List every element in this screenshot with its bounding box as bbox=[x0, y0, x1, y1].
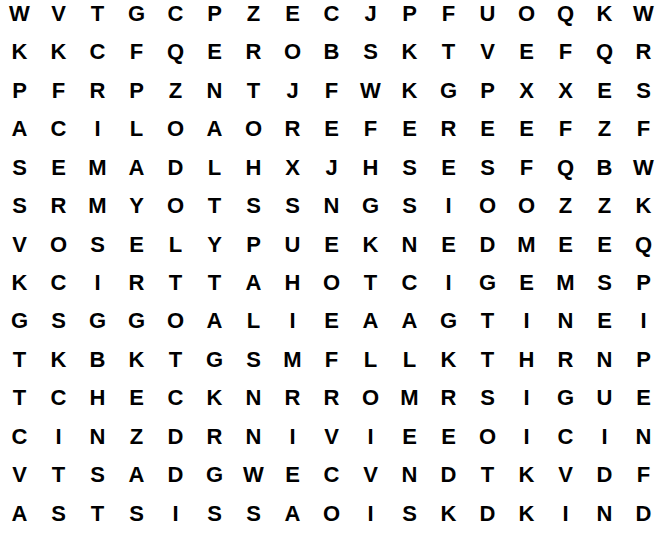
grid-cell-r6c12[interactable]: I bbox=[429, 192, 468, 230]
grid-cell-r11c15[interactable]: G bbox=[546, 384, 585, 422]
grid-cell-r3c6[interactable]: N bbox=[195, 77, 234, 115]
grid-cell-r11c17[interactable]: E bbox=[624, 384, 663, 422]
grid-cell-r1c11[interactable]: P bbox=[390, 0, 429, 38]
grid-cell-r4c12[interactable]: R bbox=[429, 115, 468, 153]
grid-cell-r13c14[interactable]: K bbox=[507, 461, 546, 499]
grid-cell-r4c11[interactable]: E bbox=[390, 115, 429, 153]
grid-cell-r2c16[interactable]: Q bbox=[585, 38, 624, 76]
grid-cell-r5c1[interactable]: S bbox=[0, 154, 39, 192]
grid-cell-r1c2[interactable]: V bbox=[39, 0, 78, 38]
grid-cell-r3c3[interactable]: R bbox=[78, 77, 117, 115]
grid-cell-r3c7[interactable]: T bbox=[234, 77, 273, 115]
grid-cell-r4c10[interactable]: F bbox=[351, 115, 390, 153]
grid-cell-r7c13[interactable]: D bbox=[468, 231, 507, 269]
grid-cell-r13c8[interactable]: E bbox=[273, 461, 312, 499]
grid-cell-r10c14[interactable]: H bbox=[507, 346, 546, 384]
grid-cell-r13c5[interactable]: D bbox=[156, 461, 195, 499]
grid-cell-r14c16[interactable]: N bbox=[585, 500, 624, 538]
word-search-page: WVTGCPZECJPFUOQKWKKCFQEROBSKTVEFQRPFRPZN… bbox=[0, 0, 663, 538]
grid-cell-r7c14[interactable]: M bbox=[507, 231, 546, 269]
grid-cell-r2c14[interactable]: E bbox=[507, 38, 546, 76]
grid-cell-r10c9[interactable]: F bbox=[312, 346, 351, 384]
grid-cell-r4c1[interactable]: A bbox=[0, 115, 39, 153]
grid-cell-r8c8[interactable]: H bbox=[273, 269, 312, 307]
grid-cell-r1c3[interactable]: T bbox=[78, 0, 117, 38]
grid-cell-r2c5[interactable]: Q bbox=[156, 38, 195, 76]
grid-cell-r14c12[interactable]: K bbox=[429, 500, 468, 538]
grid-cell-r1c17[interactable]: W bbox=[624, 0, 663, 38]
grid-cell-r6c16[interactable]: Z bbox=[585, 192, 624, 230]
grid-cell-r5c3[interactable]: M bbox=[78, 154, 117, 192]
grid-cell-r8c9[interactable]: O bbox=[312, 269, 351, 307]
grid-cell-r12c14[interactable]: I bbox=[507, 423, 546, 461]
grid-cell-r5c14[interactable]: F bbox=[507, 154, 546, 192]
grid-cell-r6c7[interactable]: S bbox=[234, 192, 273, 230]
grid-cell-r5c8[interactable]: X bbox=[273, 154, 312, 192]
grid-cell-r12c8[interactable]: I bbox=[273, 423, 312, 461]
grid-cell-r13c17[interactable]: F bbox=[624, 461, 663, 499]
grid-cell-r6c15[interactable]: Z bbox=[546, 192, 585, 230]
grid-cell-r6c13[interactable]: O bbox=[468, 192, 507, 230]
grid-cell-r5c5[interactable]: D bbox=[156, 154, 195, 192]
grid-cell-r14c2[interactable]: S bbox=[39, 500, 78, 538]
grid-cell-r9c7[interactable]: L bbox=[234, 307, 273, 345]
grid-cell-r6c17[interactable]: K bbox=[624, 192, 663, 230]
grid-cell-r10c8[interactable]: M bbox=[273, 346, 312, 384]
grid-cell-r6c5[interactable]: O bbox=[156, 192, 195, 230]
grid-cell-r7c9[interactable]: E bbox=[312, 231, 351, 269]
grid-cell-r1c12[interactable]: F bbox=[429, 0, 468, 38]
grid-cell-r4c9[interactable]: E bbox=[312, 115, 351, 153]
grid-cell-r2c9[interactable]: B bbox=[312, 38, 351, 76]
grid-cell-r2c11[interactable]: K bbox=[390, 38, 429, 76]
grid-cell-r10c10[interactable]: L bbox=[351, 346, 390, 384]
grid-cell-r14c10[interactable]: I bbox=[351, 500, 390, 538]
grid-cell-r9c11[interactable]: A bbox=[390, 307, 429, 345]
grid-cell-r14c8[interactable]: A bbox=[273, 500, 312, 538]
grid-cell-r3c17[interactable]: S bbox=[624, 77, 663, 115]
grid-cell-r13c7[interactable]: W bbox=[234, 461, 273, 499]
grid-cell-r6c3[interactable]: M bbox=[78, 192, 117, 230]
grid-cell-r7c8[interactable]: U bbox=[273, 231, 312, 269]
grid-cell-r13c3[interactable]: S bbox=[78, 461, 117, 499]
grid-cell-r11c9[interactable]: R bbox=[312, 384, 351, 422]
grid-cell-r11c16[interactable]: U bbox=[585, 384, 624, 422]
grid-cell-r12c2[interactable]: I bbox=[39, 423, 78, 461]
grid-cell-r3c13[interactable]: P bbox=[468, 77, 507, 115]
grid-cell-r8c7[interactable]: A bbox=[234, 269, 273, 307]
grid-cell-r9c15[interactable]: N bbox=[546, 307, 585, 345]
grid-cell-r13c6[interactable]: G bbox=[195, 461, 234, 499]
grid-cell-r4c15[interactable]: F bbox=[546, 115, 585, 153]
grid-cell-r3c16[interactable]: E bbox=[585, 77, 624, 115]
grid-cell-r5c15[interactable]: Q bbox=[546, 154, 585, 192]
grid-cell-r2c17[interactable]: R bbox=[624, 38, 663, 76]
grid-cell-r7c6[interactable]: Y bbox=[195, 231, 234, 269]
grid-cell-r4c16[interactable]: Z bbox=[585, 115, 624, 153]
grid-cell-r12c6[interactable]: R bbox=[195, 423, 234, 461]
grid-cell-r8c2[interactable]: C bbox=[39, 269, 78, 307]
grid-cell-r13c4[interactable]: A bbox=[117, 461, 156, 499]
grid-cell-r8c11[interactable]: C bbox=[390, 269, 429, 307]
grid-cell-r7c5[interactable]: L bbox=[156, 231, 195, 269]
grid-cell-r3c12[interactable]: G bbox=[429, 77, 468, 115]
grid-cell-r10c16[interactable]: N bbox=[585, 346, 624, 384]
grid-cell-r1c14[interactable]: O bbox=[507, 0, 546, 38]
grid-cell-r14c6[interactable]: S bbox=[195, 500, 234, 538]
grid-cell-r9c8[interactable]: I bbox=[273, 307, 312, 345]
grid-cell-r14c7[interactable]: S bbox=[234, 500, 273, 538]
grid-cell-r6c2[interactable]: R bbox=[39, 192, 78, 230]
grid-cell-r12c7[interactable]: N bbox=[234, 423, 273, 461]
grid-cell-r7c3[interactable]: S bbox=[78, 231, 117, 269]
grid-cell-r14c4[interactable]: S bbox=[117, 500, 156, 538]
grid-cell-r14c5[interactable]: I bbox=[156, 500, 195, 538]
grid-cell-r3c8[interactable]: J bbox=[273, 77, 312, 115]
grid-cell-r1c7[interactable]: Z bbox=[234, 0, 273, 38]
grid-cell-r3c1[interactable]: P bbox=[0, 77, 39, 115]
grid-cell-r2c4[interactable]: F bbox=[117, 38, 156, 76]
grid-cell-r8c1[interactable]: K bbox=[0, 269, 39, 307]
grid-cell-r12c4[interactable]: Z bbox=[117, 423, 156, 461]
grid-cell-r11c4[interactable]: E bbox=[117, 384, 156, 422]
grid-cell-r13c2[interactable]: T bbox=[39, 461, 78, 499]
grid-cell-r12c12[interactable]: E bbox=[429, 423, 468, 461]
grid-cell-r5c10[interactable]: H bbox=[351, 154, 390, 192]
grid-cell-r5c2[interactable]: E bbox=[39, 154, 78, 192]
grid-cell-r12c13[interactable]: O bbox=[468, 423, 507, 461]
grid-cell-r1c13[interactable]: U bbox=[468, 0, 507, 38]
grid-cell-r13c10[interactable]: V bbox=[351, 461, 390, 499]
grid-cell-r5c9[interactable]: J bbox=[312, 154, 351, 192]
grid-cell-r10c4[interactable]: K bbox=[117, 346, 156, 384]
grid-cell-r6c10[interactable]: G bbox=[351, 192, 390, 230]
grid-cell-r12c17[interactable]: N bbox=[624, 423, 663, 461]
grid-cell-r3c9[interactable]: F bbox=[312, 77, 351, 115]
grid-cell-r11c13[interactable]: S bbox=[468, 384, 507, 422]
grid-cell-r7c2[interactable]: O bbox=[39, 231, 78, 269]
grid-cell-r8c10[interactable]: T bbox=[351, 269, 390, 307]
grid-cell-r12c11[interactable]: E bbox=[390, 423, 429, 461]
grid-cell-r2c12[interactable]: T bbox=[429, 38, 468, 76]
grid-cell-r4c3[interactable]: I bbox=[78, 115, 117, 153]
grid-cell-r7c7[interactable]: P bbox=[234, 231, 273, 269]
grid-cell-r4c2[interactable]: C bbox=[39, 115, 78, 153]
grid-cell-r5c12[interactable]: E bbox=[429, 154, 468, 192]
grid-cell-r11c1[interactable]: T bbox=[0, 384, 39, 422]
grid-cell-r1c16[interactable]: K bbox=[585, 0, 624, 38]
grid-cell-r4c8[interactable]: R bbox=[273, 115, 312, 153]
grid-cell-r1c8[interactable]: E bbox=[273, 0, 312, 38]
grid-cell-r7c16[interactable]: E bbox=[585, 231, 624, 269]
grid-cell-r5c4[interactable]: A bbox=[117, 154, 156, 192]
grid-cell-r6c9[interactable]: N bbox=[312, 192, 351, 230]
grid-cell-r14c1[interactable]: A bbox=[0, 500, 39, 538]
grid-cell-r7c17[interactable]: Q bbox=[624, 231, 663, 269]
grid-cell-r13c9[interactable]: C bbox=[312, 461, 351, 499]
grid-cell-r8c14[interactable]: E bbox=[507, 269, 546, 307]
grid-cell-r6c8[interactable]: S bbox=[273, 192, 312, 230]
grid-cell-r12c3[interactable]: N bbox=[78, 423, 117, 461]
grid-cell-r10c11[interactable]: L bbox=[390, 346, 429, 384]
grid-cell-r10c2[interactable]: K bbox=[39, 346, 78, 384]
grid-cell-r1c5[interactable]: C bbox=[156, 0, 195, 38]
grid-cell-r4c5[interactable]: O bbox=[156, 115, 195, 153]
grid-cell-r12c9[interactable]: V bbox=[312, 423, 351, 461]
grid-cell-r10c5[interactable]: T bbox=[156, 346, 195, 384]
grid-cell-r2c7[interactable]: R bbox=[234, 38, 273, 76]
grid-cell-r4c14[interactable]: E bbox=[507, 115, 546, 153]
grid-cell-r1c4[interactable]: G bbox=[117, 0, 156, 38]
grid-cell-r8c6[interactable]: T bbox=[195, 269, 234, 307]
grid-cell-r5c17[interactable]: W bbox=[624, 154, 663, 192]
grid-cell-r5c7[interactable]: H bbox=[234, 154, 273, 192]
grid-cell-r3c5[interactable]: Z bbox=[156, 77, 195, 115]
grid-cell-r11c7[interactable]: N bbox=[234, 384, 273, 422]
grid-cell-r2c10[interactable]: S bbox=[351, 38, 390, 76]
grid-cell-r8c4[interactable]: R bbox=[117, 269, 156, 307]
grid-cell-r7c1[interactable]: V bbox=[0, 231, 39, 269]
grid-cell-r9c6[interactable]: A bbox=[195, 307, 234, 345]
grid-cell-r3c4[interactable]: P bbox=[117, 77, 156, 115]
grid-cell-r1c15[interactable]: Q bbox=[546, 0, 585, 38]
grid-cell-r11c8[interactable]: R bbox=[273, 384, 312, 422]
grid-cell-r11c14[interactable]: I bbox=[507, 384, 546, 422]
grid-cell-r4c7[interactable]: O bbox=[234, 115, 273, 153]
grid-cell-r12c1[interactable]: C bbox=[0, 423, 39, 461]
grid-cell-r14c9[interactable]: O bbox=[312, 500, 351, 538]
grid-cell-r8c3[interactable]: I bbox=[78, 269, 117, 307]
grid-cell-r7c11[interactable]: N bbox=[390, 231, 429, 269]
grid-cell-r5c13[interactable]: S bbox=[468, 154, 507, 192]
grid-cell-r1c6[interactable]: P bbox=[195, 0, 234, 38]
grid-cell-r4c17[interactable]: F bbox=[624, 115, 663, 153]
grid-cell-r3c15[interactable]: X bbox=[546, 77, 585, 115]
grid-cell-r9c17[interactable]: I bbox=[624, 307, 663, 345]
grid-cell-r9c5[interactable]: O bbox=[156, 307, 195, 345]
grid-cell-r9c16[interactable]: E bbox=[585, 307, 624, 345]
grid-cell-r14c14[interactable]: K bbox=[507, 500, 546, 538]
grid-cell-r5c11[interactable]: S bbox=[390, 154, 429, 192]
grid-cell-r13c13[interactable]: T bbox=[468, 461, 507, 499]
grid-cell-r14c17[interactable]: D bbox=[624, 500, 663, 538]
grid-cell-r8c12[interactable]: I bbox=[429, 269, 468, 307]
grid-cell-r5c6[interactable]: L bbox=[195, 154, 234, 192]
grid-cell-r14c11[interactable]: S bbox=[390, 500, 429, 538]
grid-cell-r2c1[interactable]: K bbox=[0, 38, 39, 76]
grid-cell-r2c15[interactable]: F bbox=[546, 38, 585, 76]
grid-cell-r11c2[interactable]: C bbox=[39, 384, 78, 422]
grid-cell-r6c14[interactable]: O bbox=[507, 192, 546, 230]
grid-cell-r8c5[interactable]: T bbox=[156, 269, 195, 307]
grid-cell-r2c8[interactable]: O bbox=[273, 38, 312, 76]
grid-cell-r6c6[interactable]: T bbox=[195, 192, 234, 230]
grid-cell-r10c7[interactable]: S bbox=[234, 346, 273, 384]
grid-cell-r13c15[interactable]: V bbox=[546, 461, 585, 499]
grid-cell-r11c12[interactable]: R bbox=[429, 384, 468, 422]
grid-cell-r12c15[interactable]: C bbox=[546, 423, 585, 461]
grid-cell-r9c1[interactable]: G bbox=[0, 307, 39, 345]
grid-cell-r13c1[interactable]: V bbox=[0, 461, 39, 499]
grid-cell-r1c9[interactable]: C bbox=[312, 0, 351, 38]
grid-cell-r3c11[interactable]: K bbox=[390, 77, 429, 115]
grid-cell-r9c9[interactable]: E bbox=[312, 307, 351, 345]
grid-cell-r12c16[interactable]: I bbox=[585, 423, 624, 461]
grid-cell-r8c17[interactable]: P bbox=[624, 269, 663, 307]
grid-cell-r10c15[interactable]: R bbox=[546, 346, 585, 384]
grid-cell-r13c12[interactable]: D bbox=[429, 461, 468, 499]
grid-cell-r7c12[interactable]: E bbox=[429, 231, 468, 269]
grid-cell-r5c16[interactable]: B bbox=[585, 154, 624, 192]
grid-cell-r9c13[interactable]: T bbox=[468, 307, 507, 345]
grid-cell-r1c1[interactable]: W bbox=[0, 0, 39, 38]
grid-cell-r14c3[interactable]: T bbox=[78, 500, 117, 538]
grid-cell-r9c10[interactable]: A bbox=[351, 307, 390, 345]
grid-cell-r2c13[interactable]: V bbox=[468, 38, 507, 76]
grid-cell-r2c3[interactable]: C bbox=[78, 38, 117, 76]
grid-cell-r11c3[interactable]: H bbox=[78, 384, 117, 422]
grid-cell-r8c16[interactable]: S bbox=[585, 269, 624, 307]
grid-cell-r13c16[interactable]: D bbox=[585, 461, 624, 499]
word-search-grid: WVTGCPZECJPFUOQKWKKCFQEROBSKTVEFQRPFRPZN… bbox=[0, 0, 663, 538]
grid-cell-r10c13[interactable]: T bbox=[468, 346, 507, 384]
grid-cell-r9c14[interactable]: I bbox=[507, 307, 546, 345]
grid-cell-r8c13[interactable]: G bbox=[468, 269, 507, 307]
grid-cell-r10c6[interactable]: G bbox=[195, 346, 234, 384]
grid-cell-r14c13[interactable]: D bbox=[468, 500, 507, 538]
grid-cell-r4c6[interactable]: A bbox=[195, 115, 234, 153]
grid-cell-r6c4[interactable]: Y bbox=[117, 192, 156, 230]
grid-cell-r11c11[interactable]: M bbox=[390, 384, 429, 422]
grid-cell-r3c14[interactable]: X bbox=[507, 77, 546, 115]
grid-cell-r7c4[interactable]: E bbox=[117, 231, 156, 269]
grid-cell-r14c15[interactable]: I bbox=[546, 500, 585, 538]
grid-cell-r10c17[interactable]: P bbox=[624, 346, 663, 384]
grid-cell-r9c4[interactable]: G bbox=[117, 307, 156, 345]
grid-cell-r11c10[interactable]: O bbox=[351, 384, 390, 422]
grid-cell-r8c15[interactable]: M bbox=[546, 269, 585, 307]
grid-cell-r3c10[interactable]: W bbox=[351, 77, 390, 115]
grid-cell-r2c2[interactable]: K bbox=[39, 38, 78, 76]
grid-cell-r7c15[interactable]: E bbox=[546, 231, 585, 269]
grid-cell-r7c10[interactable]: K bbox=[351, 231, 390, 269]
grid-cell-r10c12[interactable]: K bbox=[429, 346, 468, 384]
grid-cell-r12c10[interactable]: I bbox=[351, 423, 390, 461]
grid-cell-r10c1[interactable]: T bbox=[0, 346, 39, 384]
grid-cell-r4c13[interactable]: E bbox=[468, 115, 507, 153]
grid-cell-r9c12[interactable]: G bbox=[429, 307, 468, 345]
grid-cell-r6c1[interactable]: S bbox=[0, 192, 39, 230]
grid-cell-r1c10[interactable]: J bbox=[351, 0, 390, 38]
grid-cell-r12c5[interactable]: D bbox=[156, 423, 195, 461]
grid-cell-r3c2[interactable]: F bbox=[39, 77, 78, 115]
grid-cell-r4c4[interactable]: L bbox=[117, 115, 156, 153]
grid-cell-r9c2[interactable]: S bbox=[39, 307, 78, 345]
grid-cell-r11c5[interactable]: C bbox=[156, 384, 195, 422]
grid-cell-r10c3[interactable]: B bbox=[78, 346, 117, 384]
grid-cell-r9c3[interactable]: G bbox=[78, 307, 117, 345]
grid-cell-r13c11[interactable]: N bbox=[390, 461, 429, 499]
grid-cell-r6c11[interactable]: S bbox=[390, 192, 429, 230]
grid-cell-r2c6[interactable]: E bbox=[195, 38, 234, 76]
grid-cell-r11c6[interactable]: K bbox=[195, 384, 234, 422]
